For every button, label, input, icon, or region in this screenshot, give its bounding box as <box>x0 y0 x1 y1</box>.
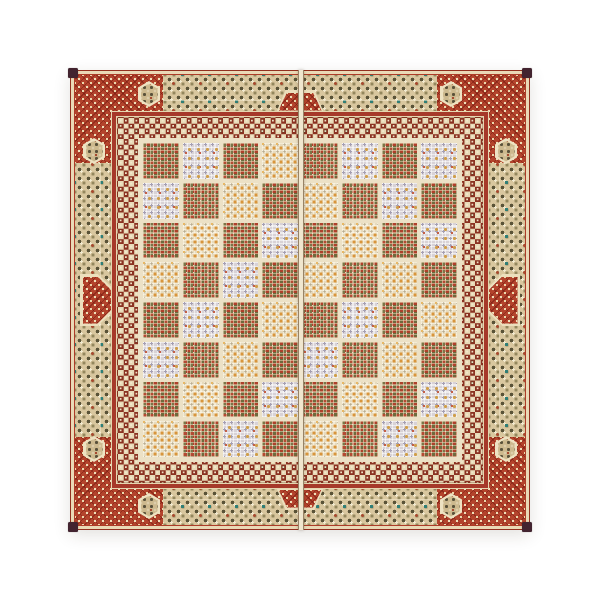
square-a4[interactable] <box>143 302 179 338</box>
square-g6[interactable] <box>382 223 418 259</box>
square-a7[interactable] <box>143 183 179 219</box>
square-g1[interactable] <box>382 421 418 457</box>
square-h4[interactable] <box>421 302 457 338</box>
square-c4[interactable] <box>223 302 259 338</box>
square-b2[interactable] <box>183 382 219 418</box>
square-d6[interactable] <box>262 223 298 259</box>
square-e5[interactable] <box>302 262 338 298</box>
square-b3[interactable] <box>183 342 219 378</box>
square-e4[interactable] <box>302 302 338 338</box>
square-f2[interactable] <box>342 382 378 418</box>
corner-cap-bottom-right <box>522 522 532 532</box>
square-f5[interactable] <box>342 262 378 298</box>
square-d8[interactable] <box>262 143 298 179</box>
square-g4[interactable] <box>382 302 418 338</box>
square-e2[interactable] <box>302 382 338 418</box>
square-e3[interactable] <box>302 342 338 378</box>
square-h3[interactable] <box>421 342 457 378</box>
chessboard <box>70 70 530 530</box>
square-g5[interactable] <box>382 262 418 298</box>
square-h8[interactable] <box>421 143 457 179</box>
square-h5[interactable] <box>421 262 457 298</box>
square-e7[interactable] <box>302 183 338 219</box>
square-c8[interactable] <box>223 143 259 179</box>
square-c6[interactable] <box>223 223 259 259</box>
square-h1[interactable] <box>421 421 457 457</box>
square-h7[interactable] <box>421 183 457 219</box>
square-c3[interactable] <box>223 342 259 378</box>
square-a5[interactable] <box>143 262 179 298</box>
square-a8[interactable] <box>143 143 179 179</box>
square-a1[interactable] <box>143 421 179 457</box>
square-b1[interactable] <box>183 421 219 457</box>
square-a6[interactable] <box>143 223 179 259</box>
square-g3[interactable] <box>382 342 418 378</box>
square-h2[interactable] <box>421 382 457 418</box>
square-g2[interactable] <box>382 382 418 418</box>
square-g7[interactable] <box>382 183 418 219</box>
square-b4[interactable] <box>183 302 219 338</box>
square-d4[interactable] <box>262 302 298 338</box>
corner-cap-top-right <box>522 68 532 78</box>
square-d2[interactable] <box>262 382 298 418</box>
square-b7[interactable] <box>183 183 219 219</box>
square-c1[interactable] <box>223 421 259 457</box>
square-b8[interactable] <box>183 143 219 179</box>
square-d7[interactable] <box>262 183 298 219</box>
square-g8[interactable] <box>382 143 418 179</box>
square-c7[interactable] <box>223 183 259 219</box>
square-e8[interactable] <box>302 143 338 179</box>
photo-background <box>0 0 600 600</box>
square-a3[interactable] <box>143 342 179 378</box>
square-h6[interactable] <box>421 223 457 259</box>
square-f3[interactable] <box>342 342 378 378</box>
square-d5[interactable] <box>262 262 298 298</box>
fold-seam <box>298 70 304 530</box>
square-b6[interactable] <box>183 223 219 259</box>
square-f7[interactable] <box>342 183 378 219</box>
square-f4[interactable] <box>342 302 378 338</box>
square-f8[interactable] <box>342 143 378 179</box>
square-c2[interactable] <box>223 382 259 418</box>
corner-cap-bottom-left <box>68 522 78 532</box>
square-a2[interactable] <box>143 382 179 418</box>
square-d3[interactable] <box>262 342 298 378</box>
square-b5[interactable] <box>183 262 219 298</box>
square-d1[interactable] <box>262 421 298 457</box>
square-f1[interactable] <box>342 421 378 457</box>
square-c5[interactable] <box>223 262 259 298</box>
square-f6[interactable] <box>342 223 378 259</box>
corner-cap-top-left <box>68 68 78 78</box>
square-e6[interactable] <box>302 223 338 259</box>
square-e1[interactable] <box>302 421 338 457</box>
